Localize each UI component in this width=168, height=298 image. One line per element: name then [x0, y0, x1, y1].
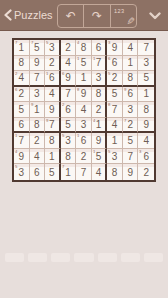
- cell-value: 6: [65, 105, 71, 115]
- cell-r6c2[interactable]: 8: [30, 118, 46, 134]
- cell-value: 1: [49, 152, 55, 162]
- cell-note: 1: [46, 71, 48, 75]
- cell-value: 6: [143, 152, 149, 162]
- cell-r9c6[interactable]: 4: [92, 164, 108, 180]
- cell-r8c3[interactable]: 1: [45, 149, 61, 165]
- cell-r5c6[interactable]: 2: [92, 102, 108, 118]
- cell-value: 6: [81, 136, 87, 146]
- numpad-button[interactable]: [98, 253, 117, 262]
- cell-value: 6: [34, 168, 40, 178]
- cell-r7c7[interactable]: 1: [107, 133, 123, 149]
- cell-value: 7: [81, 168, 87, 178]
- chevron-left-icon: [4, 9, 12, 21]
- cell-r4c1[interactable]: 26: [14, 87, 30, 103]
- cell-r3c2[interactable]: 7: [30, 71, 46, 87]
- cell-value: 5: [34, 43, 40, 53]
- cell-value: 4: [127, 43, 133, 53]
- cell-value: 4: [18, 73, 24, 83]
- cell-note: 9: [46, 118, 48, 122]
- cell-value: 1: [127, 58, 133, 68]
- cell-r4c6[interactable]: 8: [92, 87, 108, 103]
- notes-label: 123: [114, 8, 125, 14]
- cell-value: 6: [112, 58, 118, 68]
- cell-note: 9: [124, 87, 126, 91]
- cell-note: 1: [15, 133, 17, 137]
- sudoku-board: 1757352846934789245171661342761961325852…: [12, 38, 156, 182]
- cell-r9c3[interactable]: 5: [45, 164, 61, 180]
- cell-value: 3: [49, 43, 55, 53]
- cell-r2c9[interactable]: 3: [138, 56, 154, 72]
- cell-value: 7: [143, 43, 149, 53]
- cell-value: 5: [143, 73, 149, 83]
- cell-r7c1[interactable]: 71: [14, 133, 30, 149]
- cell-value: 8: [81, 43, 87, 53]
- cell-value: 5: [127, 136, 133, 146]
- cell-note: 6: [15, 87, 17, 91]
- cell-r7c5[interactable]: 61: [76, 133, 92, 149]
- cell-value: 3: [96, 73, 102, 83]
- cell-r2c1[interactable]: 8: [14, 56, 30, 72]
- sudoku-app-screen: Puzzles ↶ ↷ 123 ✎ 1757352846934789245171…: [0, 0, 168, 298]
- cell-note: 6: [108, 56, 110, 60]
- cell-note: 7: [124, 118, 126, 122]
- cell-value: 3: [18, 168, 24, 178]
- cell-r8c2[interactable]: 4: [30, 149, 46, 165]
- cell-value: 5: [18, 105, 24, 115]
- cell-r3c9[interactable]: 5: [138, 71, 154, 87]
- cell-note: 5: [108, 149, 110, 153]
- cell-r4c2[interactable]: 3: [30, 87, 46, 103]
- cell-r7c2[interactable]: 2: [30, 133, 46, 149]
- redo-button[interactable]: ↷: [83, 5, 109, 27]
- cell-value: 8: [112, 168, 118, 178]
- cell-r4c5[interactable]: 98: [76, 87, 92, 103]
- cell-value: 9: [96, 136, 102, 146]
- cell-r5c3[interactable]: 9: [45, 102, 61, 118]
- cell-value: 4: [34, 152, 40, 162]
- cell-value: 9: [18, 152, 24, 162]
- undo-icon: ↶: [66, 10, 76, 22]
- cell-r8c7[interactable]: 35: [107, 149, 123, 165]
- cell-note: 7: [62, 164, 64, 168]
- cell-r4c3[interactable]: 4: [45, 87, 61, 103]
- cell-value: 4: [143, 136, 149, 146]
- cell-r9c5[interactable]: 7: [76, 164, 92, 180]
- cell-value: 8: [34, 120, 40, 130]
- cell-value: 8: [65, 152, 71, 162]
- cell-value: 6: [96, 43, 102, 53]
- cell-value: 8: [127, 73, 133, 83]
- cell-value: 4: [96, 168, 102, 178]
- cell-note: 3: [108, 40, 110, 44]
- cell-value: 8: [96, 89, 102, 99]
- cell-r9c9[interactable]: 2: [138, 164, 154, 180]
- cell-r1c7[interactable]: 93: [107, 40, 123, 56]
- numpad-button[interactable]: [74, 253, 93, 262]
- cell-value: 1: [143, 89, 149, 99]
- cell-value: 9: [81, 89, 87, 99]
- cell-note: 1: [93, 56, 95, 60]
- cell-value: 4: [81, 105, 87, 115]
- chevron-down-icon: [149, 6, 161, 24]
- cell-r2c4[interactable]: 4: [61, 56, 77, 72]
- top-bar: Puzzles ↶ ↷ 123 ✎: [0, 0, 168, 31]
- cell-note: 8: [77, 87, 79, 91]
- cell-r6c4[interactable]: 5: [61, 118, 77, 134]
- cell-value: 3: [34, 89, 40, 99]
- cell-r8c5[interactable]: 2: [76, 149, 92, 165]
- cell-value: 2: [81, 152, 87, 162]
- cell-value: 7: [34, 73, 40, 83]
- cell-note: 7: [31, 40, 33, 44]
- cell-note: 9: [31, 102, 33, 106]
- cell-r7c9[interactable]: 4: [138, 133, 154, 149]
- cell-note: 7: [15, 40, 17, 44]
- cell-r1c3[interactable]: 35: [45, 40, 61, 56]
- collapse-toolbar-button[interactable]: [148, 9, 162, 21]
- notes-mode-button[interactable]: 123 ✎: [110, 5, 136, 27]
- cell-r6c6[interactable]: 14: [92, 118, 108, 134]
- cell-value: 7: [65, 89, 71, 99]
- cell-r4c9[interactable]: 1: [138, 87, 154, 103]
- cell-value: 7: [112, 105, 118, 115]
- cell-value: 7: [49, 120, 55, 130]
- cell-value: 9: [34, 58, 40, 68]
- cell-r2c5[interactable]: 51: [76, 56, 92, 72]
- cell-note: 2: [15, 71, 17, 75]
- numpad-button[interactable]: [144, 253, 163, 262]
- redo-icon: ↷: [92, 10, 102, 22]
- cell-r6c7[interactable]: 4: [107, 118, 123, 134]
- undo-button[interactable]: ↶: [58, 5, 83, 27]
- cell-value: 1: [34, 105, 40, 115]
- cell-value: 6: [49, 73, 55, 83]
- cell-r9c4[interactable]: 17: [61, 164, 77, 180]
- cell-value: 2: [65, 43, 71, 53]
- cell-r3c6[interactable]: 3: [92, 71, 108, 87]
- cell-value: 9: [65, 73, 71, 83]
- cell-value: 2: [49, 58, 55, 68]
- cell-r7c6[interactable]: 9: [92, 133, 108, 149]
- cell-r3c4[interactable]: 96: [61, 71, 77, 87]
- numpad-button[interactable]: [121, 253, 140, 262]
- cell-r5c4[interactable]: 62: [61, 102, 77, 118]
- back-button[interactable]: Puzzles: [4, 9, 53, 21]
- cell-r2c2[interactable]: 9: [30, 56, 46, 72]
- cell-r5c7[interactable]: 78: [107, 102, 123, 118]
- cell-r7c8[interactable]: 5: [123, 133, 139, 149]
- cell-r1c4[interactable]: 2: [61, 40, 77, 56]
- cell-value: 7: [96, 58, 102, 68]
- back-label: Puzzles: [14, 9, 53, 21]
- cell-note: 3: [139, 149, 141, 153]
- cell-value: 9: [127, 168, 133, 178]
- cell-r4c4[interactable]: 7: [61, 87, 77, 103]
- cell-r9c8[interactable]: 9: [123, 164, 139, 180]
- cell-value: 3: [81, 120, 87, 130]
- cell-r5c8[interactable]: 3: [123, 102, 139, 118]
- cell-value: 8: [49, 136, 55, 146]
- cell-r5c9[interactable]: 8: [138, 102, 154, 118]
- cell-r3c7[interactable]: 25: [107, 71, 123, 87]
- cell-value: 6: [18, 120, 24, 130]
- cell-r8c9[interactable]: 63: [138, 149, 154, 165]
- cell-r4c8[interactable]: 69: [123, 87, 139, 103]
- numpad-button[interactable]: [28, 253, 47, 262]
- cell-value: 5: [65, 120, 71, 130]
- numpad: [5, 253, 163, 262]
- cell-value: 3: [65, 136, 71, 146]
- cell-value: 7: [127, 152, 133, 162]
- cell-value: 4: [65, 58, 71, 68]
- cell-value: 2: [18, 89, 24, 99]
- cell-note: 5: [62, 133, 64, 137]
- cell-r2c6[interactable]: 71: [92, 56, 108, 72]
- cell-r2c7[interactable]: 66: [107, 56, 123, 72]
- cell-r1c9[interactable]: 7: [138, 40, 154, 56]
- numpad-button[interactable]: [5, 253, 24, 262]
- cell-r4c7[interactable]: 5: [107, 87, 123, 103]
- cell-note: 6: [62, 71, 64, 75]
- cell-r8c6[interactable]: 51: [92, 149, 108, 165]
- cell-note: 1: [93, 149, 95, 153]
- cell-r6c1[interactable]: 6: [14, 118, 30, 134]
- cell-value: 9: [143, 120, 149, 130]
- cell-r5c1[interactable]: 5: [14, 102, 30, 118]
- cell-value: 3: [112, 152, 118, 162]
- cell-value: 9: [112, 43, 118, 53]
- cell-r5c2[interactable]: 19: [30, 102, 46, 118]
- cell-note: 4: [15, 149, 17, 153]
- cell-value: 4: [112, 120, 118, 130]
- cell-r1c6[interactable]: 6: [92, 40, 108, 56]
- cell-value: 5: [96, 152, 102, 162]
- cell-value: 2: [127, 120, 133, 130]
- pencil-icon: ✎: [125, 17, 135, 25]
- cell-value: 5: [49, 168, 55, 178]
- numpad-button[interactable]: [51, 253, 70, 262]
- cell-note: 1: [77, 56, 79, 60]
- cell-r3c3[interactable]: 61: [45, 71, 61, 87]
- cell-value: 1: [96, 120, 102, 130]
- cell-r1c8[interactable]: 4: [123, 40, 139, 56]
- cell-value: 9: [49, 105, 55, 115]
- cell-value: 8: [18, 58, 24, 68]
- cell-value: 5: [112, 89, 118, 99]
- cell-note: 4: [77, 40, 79, 44]
- cell-r6c9[interactable]: 9: [138, 118, 154, 134]
- cell-value: 3: [127, 105, 133, 115]
- cell-note: 4: [93, 118, 95, 122]
- cell-r1c2[interactable]: 57: [30, 40, 46, 56]
- cell-r9c7[interactable]: 8: [107, 164, 123, 180]
- cell-value: 2: [143, 168, 149, 178]
- cell-value: 1: [18, 43, 24, 53]
- cell-value: 1: [112, 136, 118, 146]
- cell-r1c1[interactable]: 17: [14, 40, 30, 56]
- cell-note: 2: [62, 102, 64, 106]
- toolbar-button-group: ↶ ↷ 123 ✎: [57, 4, 137, 28]
- cell-r2c8[interactable]: 1: [123, 56, 139, 72]
- cell-r6c5[interactable]: 3: [76, 118, 92, 134]
- cell-value: 3: [143, 58, 149, 68]
- cell-value: 5: [81, 58, 87, 68]
- cell-r3c8[interactable]: 8: [123, 71, 139, 87]
- cell-note: 5: [46, 40, 48, 44]
- cell-r6c3[interactable]: 79: [45, 118, 61, 134]
- cell-note: 1: [77, 133, 79, 137]
- cell-value: 2: [34, 136, 40, 146]
- cell-r7c3[interactable]: 8: [45, 133, 61, 149]
- cell-r2c3[interactable]: 2: [45, 56, 61, 72]
- cell-note: 8: [108, 102, 110, 106]
- cell-value: 1: [81, 73, 87, 83]
- cell-r9c1[interactable]: 35: [14, 164, 30, 180]
- cell-value: 2: [96, 105, 102, 115]
- cell-r8c4[interactable]: 8: [61, 149, 77, 165]
- cell-r6c8[interactable]: 27: [123, 118, 139, 134]
- cell-r7c4[interactable]: 35: [61, 133, 77, 149]
- cell-value: 8: [143, 105, 149, 115]
- cell-r1c5[interactable]: 84: [76, 40, 92, 56]
- cell-r8c8[interactable]: 7: [123, 149, 139, 165]
- cell-value: 1: [65, 168, 71, 178]
- cell-r9c2[interactable]: 6: [30, 164, 46, 180]
- cell-r3c1[interactable]: 42: [14, 71, 30, 87]
- cell-r8c1[interactable]: 94: [14, 149, 30, 165]
- cell-r3c5[interactable]: 1: [76, 71, 92, 87]
- cell-value: 6: [127, 89, 133, 99]
- cell-value: 2: [112, 73, 118, 83]
- cell-value: 4: [49, 89, 55, 99]
- cell-r5c5[interactable]: 4: [76, 102, 92, 118]
- cell-value: 7: [18, 136, 24, 146]
- cell-note: 5: [108, 71, 110, 75]
- cell-note: 5: [15, 164, 17, 168]
